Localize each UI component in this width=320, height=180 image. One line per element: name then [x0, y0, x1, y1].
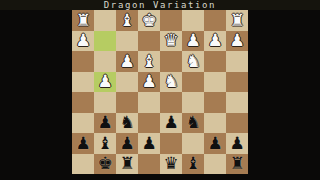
square-e6[interactable]: ♟ [160, 113, 182, 134]
square-h7[interactable]: ♟ [226, 133, 248, 154]
square-c1[interactable]: ♝ [116, 10, 138, 31]
square-d3[interactable]: ♝ [138, 51, 160, 72]
square-d1[interactable]: ♚ [138, 10, 160, 31]
white-pawn-d4-piece: ♟ [141, 73, 156, 90]
black-pawn-a7-piece: ♟ [75, 134, 90, 151]
square-b7[interactable]: ♝ [94, 133, 116, 154]
white-rook-a1-piece: ♜ [75, 11, 90, 28]
square-a3[interactable] [72, 51, 94, 72]
square-h6[interactable] [226, 113, 248, 134]
black-bishop-f8-piece: ♝ [185, 155, 200, 172]
square-f4[interactable] [182, 72, 204, 93]
square-h1[interactable]: ♜ [226, 10, 248, 31]
white-pawn-b4-piece: ♟ [97, 73, 112, 90]
square-e3[interactable] [160, 51, 182, 72]
square-d7[interactable]: ♟ [138, 133, 160, 154]
square-a1[interactable]: ♜ [72, 10, 94, 31]
square-f7[interactable] [182, 133, 204, 154]
square-d6[interactable] [138, 113, 160, 134]
square-a7[interactable]: ♟ [72, 133, 94, 154]
square-g2[interactable]: ♟ [204, 31, 226, 52]
black-queen-e8-piece: ♛ [163, 155, 178, 172]
white-queen-e2-piece: ♛ [163, 32, 178, 49]
black-bishop-b7-piece: ♝ [97, 134, 112, 151]
square-c2[interactable] [116, 31, 138, 52]
square-c4[interactable] [116, 72, 138, 93]
square-c3[interactable]: ♟ [116, 51, 138, 72]
opening-name-title: Dragon Variation [104, 0, 216, 10]
square-a4[interactable] [72, 72, 94, 93]
square-b1[interactable] [94, 10, 116, 31]
square-f8[interactable]: ♝ [182, 154, 204, 175]
black-pawn-e6-piece: ♟ [163, 114, 178, 131]
white-bishop-d3-piece: ♝ [141, 52, 156, 69]
black-pawn-h7-piece: ♟ [229, 134, 244, 151]
black-pawn-d7-piece: ♟ [141, 134, 156, 151]
square-a8[interactable] [72, 154, 94, 175]
square-c5[interactable] [116, 92, 138, 113]
square-b6[interactable]: ♟ [94, 113, 116, 134]
square-b4[interactable]: ♟ [94, 72, 116, 93]
white-pawn-h2-piece: ♟ [229, 32, 244, 49]
square-h5[interactable] [226, 92, 248, 113]
chess-board: ♜♝♚♜♟♛♟♟♟♟♝♞♟♟♞♟♞♟♞♟♝♟♟♟♟♚♜♛♝♜ [72, 10, 248, 174]
square-e5[interactable] [160, 92, 182, 113]
white-pawn-a2-piece: ♟ [75, 32, 90, 49]
white-king-d1-piece: ♚ [141, 11, 156, 28]
square-f6[interactable]: ♞ [182, 113, 204, 134]
square-b2[interactable] [94, 31, 116, 52]
square-a5[interactable] [72, 92, 94, 113]
white-knight-e4-piece: ♞ [163, 73, 178, 90]
title-bar: Dragon Variation [0, 0, 320, 10]
black-pawn-c7-piece: ♟ [119, 134, 134, 151]
square-d2[interactable] [138, 31, 160, 52]
square-h8[interactable]: ♜ [226, 154, 248, 175]
square-g1[interactable] [204, 10, 226, 31]
square-f1[interactable] [182, 10, 204, 31]
square-e2[interactable]: ♛ [160, 31, 182, 52]
square-h2[interactable]: ♟ [226, 31, 248, 52]
chess-app-window: Dragon Variation ♜♝♚♜♟♛♟♟♟♟♝♞♟♟♞♟♞♟♞♟♝♟♟… [0, 0, 320, 180]
square-b3[interactable] [94, 51, 116, 72]
white-pawn-f2-piece: ♟ [185, 32, 200, 49]
square-d5[interactable] [138, 92, 160, 113]
square-h3[interactable] [226, 51, 248, 72]
square-d4[interactable]: ♟ [138, 72, 160, 93]
square-b5[interactable] [94, 92, 116, 113]
square-e1[interactable] [160, 10, 182, 31]
black-pawn-b6-piece: ♟ [97, 114, 112, 131]
black-knight-f6-piece: ♞ [185, 114, 200, 131]
square-g4[interactable] [204, 72, 226, 93]
square-e8[interactable]: ♛ [160, 154, 182, 175]
square-g5[interactable] [204, 92, 226, 113]
square-c6[interactable]: ♞ [116, 113, 138, 134]
square-a2[interactable]: ♟ [72, 31, 94, 52]
square-b8[interactable]: ♚ [94, 154, 116, 175]
white-pawn-g2-piece: ♟ [207, 32, 222, 49]
square-e4[interactable]: ♞ [160, 72, 182, 93]
square-g7[interactable]: ♟ [204, 133, 226, 154]
white-rook-h1-piece: ♜ [229, 11, 244, 28]
white-pawn-c3-piece: ♟ [119, 52, 134, 69]
black-rook-h8-piece: ♜ [229, 155, 244, 172]
square-a6[interactable] [72, 113, 94, 134]
square-f2[interactable]: ♟ [182, 31, 204, 52]
square-g6[interactable] [204, 113, 226, 134]
white-knight-f3-piece: ♞ [185, 52, 200, 69]
black-knight-c6-piece: ♞ [119, 114, 134, 131]
black-king-b8-piece: ♚ [97, 155, 112, 172]
square-g3[interactable] [204, 51, 226, 72]
square-c7[interactable]: ♟ [116, 133, 138, 154]
black-rook-c8-piece: ♜ [119, 155, 134, 172]
black-pawn-g7-piece: ♟ [207, 134, 222, 151]
square-h4[interactable] [226, 72, 248, 93]
square-e7[interactable] [160, 133, 182, 154]
square-c8[interactable]: ♜ [116, 154, 138, 175]
square-f5[interactable] [182, 92, 204, 113]
square-g8[interactable] [204, 154, 226, 175]
square-d8[interactable] [138, 154, 160, 175]
white-bishop-c1-piece: ♝ [119, 11, 134, 28]
square-f3[interactable]: ♞ [182, 51, 204, 72]
